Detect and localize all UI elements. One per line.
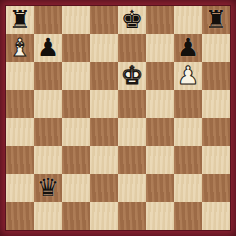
square-h3[interactable] bbox=[202, 146, 230, 174]
square-c2[interactable] bbox=[62, 174, 90, 202]
square-d5[interactable] bbox=[90, 90, 118, 118]
square-e7[interactable] bbox=[118, 34, 146, 62]
piece-black-queen[interactable]: ♛ bbox=[37, 174, 59, 202]
square-g1[interactable] bbox=[174, 202, 202, 230]
square-h6[interactable] bbox=[202, 62, 230, 90]
square-g2[interactable] bbox=[174, 174, 202, 202]
square-a3[interactable] bbox=[6, 146, 34, 174]
square-d2[interactable] bbox=[90, 174, 118, 202]
square-b1[interactable] bbox=[34, 202, 62, 230]
square-f6[interactable] bbox=[146, 62, 174, 90]
square-c6[interactable] bbox=[62, 62, 90, 90]
piece-black-rook[interactable]: ♜ bbox=[205, 6, 227, 34]
square-h7[interactable] bbox=[202, 34, 230, 62]
square-e8[interactable]: ♚ bbox=[118, 6, 146, 34]
square-h2[interactable] bbox=[202, 174, 230, 202]
square-f2[interactable] bbox=[146, 174, 174, 202]
square-g7[interactable]: ♟ bbox=[174, 34, 202, 62]
square-g6[interactable]: ♟ bbox=[174, 62, 202, 90]
square-g5[interactable] bbox=[174, 90, 202, 118]
square-d6[interactable] bbox=[90, 62, 118, 90]
square-a1[interactable] bbox=[6, 202, 34, 230]
square-c8[interactable] bbox=[62, 6, 90, 34]
piece-black-rook[interactable]: ♜ bbox=[9, 6, 31, 34]
square-h8[interactable]: ♜ bbox=[202, 6, 230, 34]
square-b6[interactable] bbox=[34, 62, 62, 90]
chess-board: ♜♚♜♝♟♟♚♟♛ bbox=[6, 6, 230, 230]
square-e5[interactable] bbox=[118, 90, 146, 118]
square-c3[interactable] bbox=[62, 146, 90, 174]
square-f1[interactable] bbox=[146, 202, 174, 230]
piece-black-pawn[interactable]: ♟ bbox=[177, 34, 199, 62]
chess-board-frame: ♜♚♜♝♟♟♚♟♛ bbox=[0, 0, 236, 236]
square-d8[interactable] bbox=[90, 6, 118, 34]
square-f7[interactable] bbox=[146, 34, 174, 62]
square-f5[interactable] bbox=[146, 90, 174, 118]
square-g4[interactable] bbox=[174, 118, 202, 146]
piece-black-pawn[interactable]: ♟ bbox=[37, 34, 59, 62]
square-d7[interactable] bbox=[90, 34, 118, 62]
square-c1[interactable] bbox=[62, 202, 90, 230]
piece-black-king[interactable]: ♚ bbox=[121, 6, 143, 34]
square-d1[interactable] bbox=[90, 202, 118, 230]
square-h4[interactable] bbox=[202, 118, 230, 146]
square-b2[interactable]: ♛ bbox=[34, 174, 62, 202]
square-f8[interactable] bbox=[146, 6, 174, 34]
square-f4[interactable] bbox=[146, 118, 174, 146]
square-e6[interactable]: ♚ bbox=[118, 62, 146, 90]
square-b7[interactable]: ♟ bbox=[34, 34, 62, 62]
square-e4[interactable] bbox=[118, 118, 146, 146]
square-f3[interactable] bbox=[146, 146, 174, 174]
square-a6[interactable] bbox=[6, 62, 34, 90]
square-d3[interactable] bbox=[90, 146, 118, 174]
square-h5[interactable] bbox=[202, 90, 230, 118]
square-d4[interactable] bbox=[90, 118, 118, 146]
square-a5[interactable] bbox=[6, 90, 34, 118]
square-e2[interactable] bbox=[118, 174, 146, 202]
square-a7[interactable]: ♝ bbox=[6, 34, 34, 62]
square-a8[interactable]: ♜ bbox=[6, 6, 34, 34]
piece-white-king[interactable]: ♚ bbox=[121, 62, 143, 90]
square-g8[interactable] bbox=[174, 6, 202, 34]
square-e1[interactable] bbox=[118, 202, 146, 230]
square-e3[interactable] bbox=[118, 146, 146, 174]
square-h1[interactable] bbox=[202, 202, 230, 230]
piece-white-bishop[interactable]: ♝ bbox=[9, 34, 31, 62]
square-b5[interactable] bbox=[34, 90, 62, 118]
piece-white-pawn[interactable]: ♟ bbox=[177, 62, 199, 90]
square-b4[interactable] bbox=[34, 118, 62, 146]
square-b3[interactable] bbox=[34, 146, 62, 174]
square-c7[interactable] bbox=[62, 34, 90, 62]
square-c5[interactable] bbox=[62, 90, 90, 118]
square-b8[interactable] bbox=[34, 6, 62, 34]
square-c4[interactable] bbox=[62, 118, 90, 146]
square-a4[interactable] bbox=[6, 118, 34, 146]
square-g3[interactable] bbox=[174, 146, 202, 174]
square-a2[interactable] bbox=[6, 174, 34, 202]
